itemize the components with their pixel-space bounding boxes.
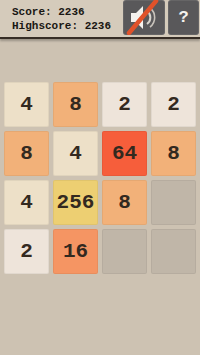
tile-4: 4 — [4, 82, 49, 127]
mute-button[interactable] — [123, 0, 165, 35]
highscore-line: Highscore: 2236 — [12, 19, 111, 33]
empty-cell — [151, 229, 196, 274]
score-panel: Score: 2236 Highscore: 2236 — [12, 5, 111, 33]
tile-16: 16 — [53, 229, 98, 274]
help-button[interactable]: ? — [168, 0, 199, 35]
tile-2: 2 — [4, 229, 49, 274]
tile-2: 2 — [151, 82, 196, 127]
empty-cell — [102, 229, 147, 274]
score-value: 2236 — [58, 6, 84, 18]
tile-2: 2 — [102, 82, 147, 127]
highscore-label: Highscore: — [12, 20, 78, 32]
game-board[interactable]: 48228464842568216 — [4, 82, 196, 274]
tile-8: 8 — [53, 82, 98, 127]
question-mark-icon: ? — [178, 8, 188, 27]
tile-8: 8 — [102, 180, 147, 225]
highscore-value: 2236 — [85, 20, 111, 32]
score-label: Score: — [12, 6, 52, 18]
tile-8: 8 — [151, 131, 196, 176]
tile-64: 64 — [102, 131, 147, 176]
score-line: Score: 2236 — [12, 5, 111, 19]
speaker-muted-icon — [123, 0, 165, 35]
tile-4: 4 — [53, 131, 98, 176]
tile-4: 4 — [4, 180, 49, 225]
empty-cell — [151, 180, 196, 225]
tile-256: 256 — [53, 180, 98, 225]
top-bar: Score: 2236 Highscore: 2236 ? — [0, 0, 200, 39]
tile-8: 8 — [4, 131, 49, 176]
